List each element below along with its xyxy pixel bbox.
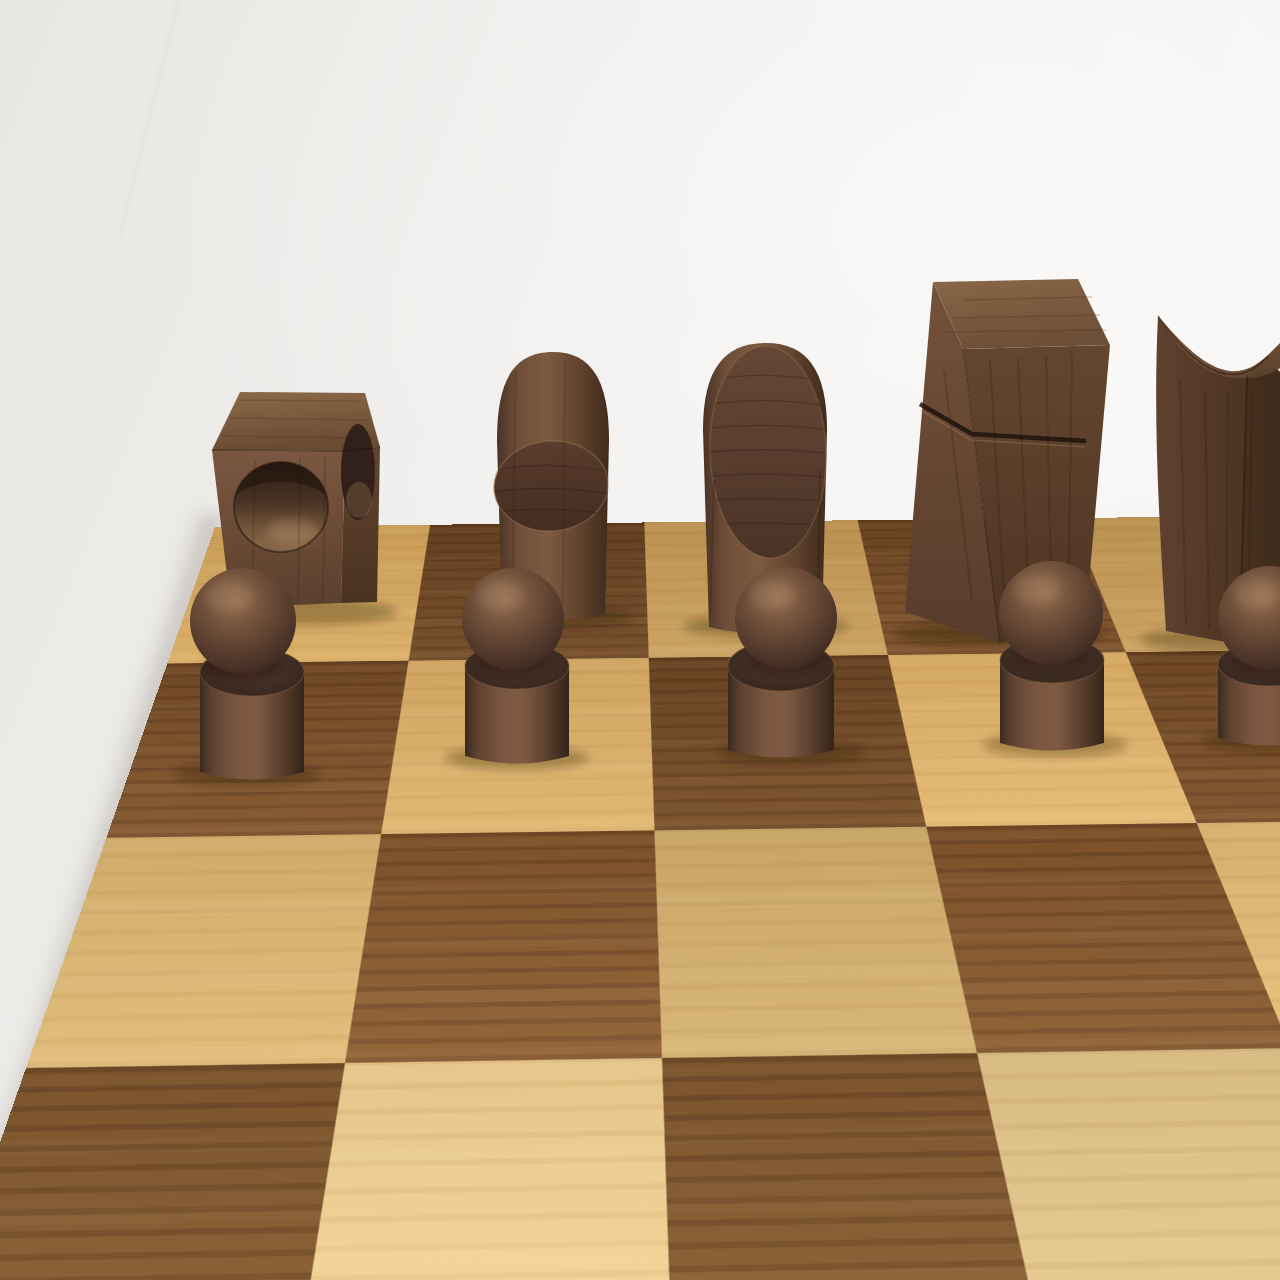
- photo-scene: [0, 0, 1280, 1280]
- piece-pawn-d7: [983, 561, 1127, 757]
- chess-pieces: [0, 0, 1280, 1280]
